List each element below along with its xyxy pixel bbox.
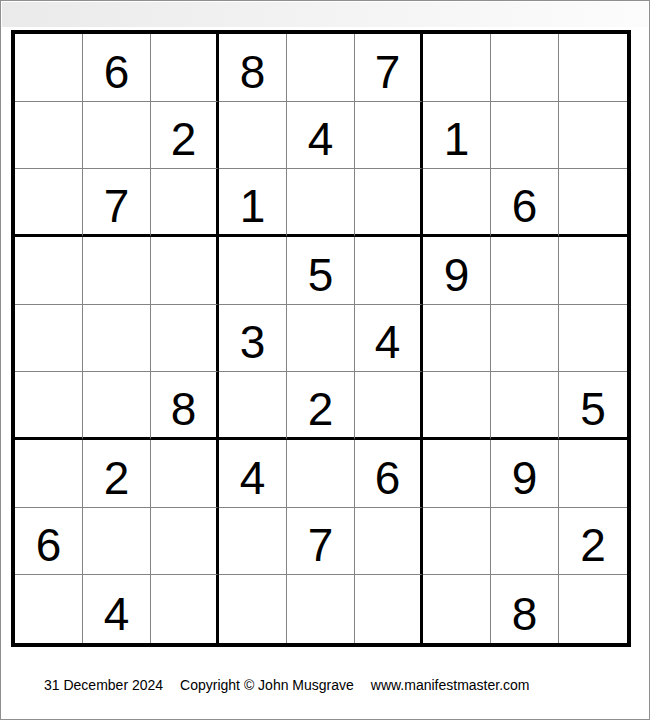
cell-r6c9[interactable]: 5 — [559, 372, 627, 440]
footer-date: 31 December 2024 — [44, 677, 163, 693]
cell-r9c8[interactable]: 8 — [491, 575, 559, 643]
footer-copyright: Copyright © John Musgrave — [180, 677, 354, 693]
cell-r6c7[interactable] — [423, 372, 491, 440]
cell-r4c5[interactable]: 5 — [287, 237, 355, 305]
cell-r1c9[interactable] — [559, 34, 627, 102]
cell-r2c9[interactable] — [559, 102, 627, 170]
cell-r6c3[interactable]: 8 — [151, 372, 219, 440]
cell-r3c9[interactable] — [559, 169, 627, 237]
cell-r3c3[interactable] — [151, 169, 219, 237]
cell-r1c4[interactable]: 8 — [219, 34, 287, 102]
cell-r8c7[interactable] — [423, 508, 491, 576]
cell-r1c2[interactable]: 6 — [83, 34, 151, 102]
cell-r7c9[interactable] — [559, 440, 627, 508]
cell-r8c4[interactable] — [219, 508, 287, 576]
cell-r5c5[interactable] — [287, 305, 355, 373]
cell-r9c6[interactable] — [355, 575, 423, 643]
header-strip — [2, 2, 648, 27]
cell-r9c1[interactable] — [15, 575, 83, 643]
cell-r1c3[interactable] — [151, 34, 219, 102]
cell-r6c8[interactable] — [491, 372, 559, 440]
cell-r2c1[interactable] — [15, 102, 83, 170]
cell-r8c8[interactable] — [491, 508, 559, 576]
footer-website: www.manifestmaster.com — [371, 677, 530, 693]
cell-r9c2[interactable]: 4 — [83, 575, 151, 643]
cell-r2c5[interactable]: 4 — [287, 102, 355, 170]
cell-r8c2[interactable] — [83, 508, 151, 576]
cell-r2c3[interactable]: 2 — [151, 102, 219, 170]
cell-r4c3[interactable] — [151, 237, 219, 305]
cell-r3c2[interactable]: 7 — [83, 169, 151, 237]
cell-r1c6[interactable]: 7 — [355, 34, 423, 102]
cell-r2c8[interactable] — [491, 102, 559, 170]
cell-r9c5[interactable] — [287, 575, 355, 643]
cell-r2c2[interactable] — [83, 102, 151, 170]
cell-r5c9[interactable] — [559, 305, 627, 373]
cell-r4c9[interactable] — [559, 237, 627, 305]
cell-r5c1[interactable] — [15, 305, 83, 373]
cell-r9c3[interactable] — [151, 575, 219, 643]
cell-r7c5[interactable] — [287, 440, 355, 508]
cell-r3c1[interactable] — [15, 169, 83, 237]
cell-r8c3[interactable] — [151, 508, 219, 576]
cell-r2c4[interactable] — [219, 102, 287, 170]
cell-r6c1[interactable] — [15, 372, 83, 440]
cell-r5c3[interactable] — [151, 305, 219, 373]
cell-r3c8[interactable]: 6 — [491, 169, 559, 237]
cell-r6c6[interactable] — [355, 372, 423, 440]
cell-r8c9[interactable]: 2 — [559, 508, 627, 576]
cell-r8c6[interactable] — [355, 508, 423, 576]
cell-r4c4[interactable] — [219, 237, 287, 305]
cell-r2c6[interactable] — [355, 102, 423, 170]
cell-r7c3[interactable] — [151, 440, 219, 508]
cell-r9c9[interactable] — [559, 575, 627, 643]
cell-r7c8[interactable]: 9 — [491, 440, 559, 508]
footer: 31 December 2024 Copyright © John Musgra… — [44, 677, 530, 693]
cell-r3c7[interactable] — [423, 169, 491, 237]
cell-r6c5[interactable]: 2 — [287, 372, 355, 440]
cell-r7c1[interactable] — [15, 440, 83, 508]
puzzle-page: 6872417165934825246967248 31 December 20… — [0, 0, 650, 720]
cell-r3c5[interactable] — [287, 169, 355, 237]
cell-r7c6[interactable]: 6 — [355, 440, 423, 508]
cell-r5c4[interactable]: 3 — [219, 305, 287, 373]
cell-r3c4[interactable]: 1 — [219, 169, 287, 237]
cell-r6c2[interactable] — [83, 372, 151, 440]
cell-r7c4[interactable]: 4 — [219, 440, 287, 508]
cell-r3c6[interactable] — [355, 169, 423, 237]
cell-r1c7[interactable] — [423, 34, 491, 102]
cell-r1c8[interactable] — [491, 34, 559, 102]
cell-r8c1[interactable]: 6 — [15, 508, 83, 576]
cell-r4c8[interactable] — [491, 237, 559, 305]
cell-r4c6[interactable] — [355, 237, 423, 305]
sudoku-board: 6872417165934825246967248 — [11, 30, 631, 647]
cell-r5c7[interactable] — [423, 305, 491, 373]
cell-r5c6[interactable]: 4 — [355, 305, 423, 373]
cell-r1c1[interactable] — [15, 34, 83, 102]
cell-r4c1[interactable] — [15, 237, 83, 305]
cell-r4c2[interactable] — [83, 237, 151, 305]
cell-r4c7[interactable]: 9 — [423, 237, 491, 305]
cell-r9c7[interactable] — [423, 575, 491, 643]
cell-r2c7[interactable]: 1 — [423, 102, 491, 170]
cell-r9c4[interactable] — [219, 575, 287, 643]
cell-r7c2[interactable]: 2 — [83, 440, 151, 508]
cell-r6c4[interactable] — [219, 372, 287, 440]
cell-r1c5[interactable] — [287, 34, 355, 102]
cell-r5c2[interactable] — [83, 305, 151, 373]
cell-r5c8[interactable] — [491, 305, 559, 373]
cell-r8c5[interactable]: 7 — [287, 508, 355, 576]
cell-r7c7[interactable] — [423, 440, 491, 508]
